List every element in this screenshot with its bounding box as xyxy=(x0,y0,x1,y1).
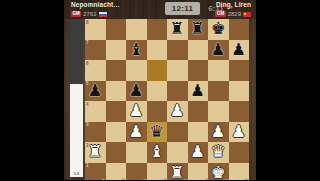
square-g4[interactable] xyxy=(208,101,229,122)
square-c6[interactable] xyxy=(126,60,147,81)
square-b7[interactable] xyxy=(106,40,127,61)
player-black-name: Ding, Liren xyxy=(215,1,251,9)
gm-title-badge: GM xyxy=(215,11,225,17)
square-h7[interactable]: ♟ xyxy=(229,40,250,61)
square-h4[interactable] xyxy=(229,101,250,122)
square-f7[interactable] xyxy=(188,40,209,61)
eval-value: 0.8 xyxy=(70,171,83,176)
player-white-rating: 2761 xyxy=(83,11,96,18)
player-white-meta: GM 2761 xyxy=(71,10,120,18)
video-frame: Nepomniacht… GM 2761 12:11 6:11 Ding, Li… xyxy=(0,0,320,180)
white-pawn: ♟ xyxy=(190,142,205,162)
square-a1[interactable]: 1a xyxy=(85,163,106,181)
square-e5[interactable] xyxy=(167,81,188,102)
broadcast-stage: Nepomniacht… GM 2761 12:11 6:11 Ding, Li… xyxy=(64,0,256,180)
rank-label-1: 1 xyxy=(86,163,89,168)
rank-label-6: 6 xyxy=(86,61,89,66)
square-b4[interactable] xyxy=(106,101,127,122)
china-flag-icon xyxy=(243,12,251,17)
player-black-block: Ding, Liren GM 2829 xyxy=(215,1,251,18)
square-g7[interactable]: ♟ xyxy=(208,40,229,61)
square-e3[interactable] xyxy=(167,122,188,143)
square-a2[interactable]: 2♜ xyxy=(85,142,106,163)
black-king: ♚ xyxy=(211,19,226,39)
chess-board: 8♜♜♚7♝♟♟65♟♟♟4♟♟3♟♛♟♟2♜♝♟♛1abcde♜fg♚h xyxy=(85,19,249,180)
square-c2[interactable] xyxy=(126,142,147,163)
player-white-block: Nepomniacht… GM 2761 xyxy=(71,1,120,18)
square-a4[interactable]: 4 xyxy=(85,101,106,122)
rank-label-2: 2 xyxy=(86,143,89,148)
player-bar: Nepomniacht… GM 2761 12:11 6:11 Ding, Li… xyxy=(64,0,256,19)
rank-label-5: 5 xyxy=(86,81,89,86)
black-bishop: ♝ xyxy=(129,40,144,60)
square-a3[interactable]: 3 xyxy=(85,122,106,143)
file-label-g: g xyxy=(225,178,228,181)
square-e7[interactable] xyxy=(167,40,188,61)
square-c1[interactable]: c xyxy=(126,163,147,181)
gm-title-badge: GM xyxy=(71,11,81,17)
white-king: ♚ xyxy=(211,163,226,180)
file-label-h: h xyxy=(245,178,248,181)
eval-bar-white-portion xyxy=(70,84,83,177)
square-d8[interactable] xyxy=(147,19,168,40)
square-d5[interactable] xyxy=(147,81,168,102)
square-c3[interactable]: ♟ xyxy=(126,122,147,143)
square-f3[interactable] xyxy=(188,122,209,143)
square-g6[interactable] xyxy=(208,60,229,81)
white-pawn: ♟ xyxy=(211,122,226,142)
square-d4[interactable] xyxy=(147,101,168,122)
square-b8[interactable] xyxy=(106,19,127,40)
black-pawn: ♟ xyxy=(190,81,205,101)
square-h2[interactable] xyxy=(229,142,250,163)
white-bishop: ♝ xyxy=(149,142,164,162)
rank-label-8: 8 xyxy=(86,20,89,25)
rank-label-3: 3 xyxy=(86,122,89,127)
file-label-f: f xyxy=(206,178,208,181)
square-g2[interactable]: ♛ xyxy=(208,142,229,163)
russia-flag-icon xyxy=(99,12,107,17)
square-a6[interactable]: 6 xyxy=(85,60,106,81)
square-b6[interactable] xyxy=(106,60,127,81)
square-b1[interactable]: b xyxy=(106,163,127,181)
file-label-c: c xyxy=(143,178,146,181)
white-pawn: ♟ xyxy=(129,101,144,121)
black-pawn: ♟ xyxy=(88,81,103,101)
square-h3[interactable]: ♟ xyxy=(229,122,250,143)
square-h5[interactable] xyxy=(229,81,250,102)
square-g5[interactable] xyxy=(208,81,229,102)
file-label-a: a xyxy=(102,178,105,181)
square-f2[interactable]: ♟ xyxy=(188,142,209,163)
square-d6[interactable] xyxy=(147,60,168,81)
square-a8[interactable]: 8 xyxy=(85,19,106,40)
black-queen: ♛ xyxy=(149,122,164,142)
square-a7[interactable]: 7 xyxy=(85,40,106,61)
square-f4[interactable] xyxy=(188,101,209,122)
square-g3[interactable]: ♟ xyxy=(208,122,229,143)
square-e4[interactable]: ♟ xyxy=(167,101,188,122)
square-d3[interactable]: ♛ xyxy=(147,122,168,143)
eval-bar: 0.8 xyxy=(70,19,83,177)
clock-white-active: 12:11 xyxy=(165,2,200,15)
square-e8[interactable]: ♜ xyxy=(167,19,188,40)
rank-label-7: 7 xyxy=(86,40,89,45)
square-a5[interactable]: 5♟ xyxy=(85,81,106,102)
file-label-d: d xyxy=(163,178,166,181)
rank-label-4: 4 xyxy=(86,102,89,107)
black-pawn: ♟ xyxy=(129,81,144,101)
square-f8[interactable]: ♜ xyxy=(188,19,209,40)
square-f6[interactable] xyxy=(188,60,209,81)
square-e2[interactable] xyxy=(167,142,188,163)
black-rook: ♜ xyxy=(190,19,205,39)
white-queen: ♛ xyxy=(211,142,226,162)
white-rook: ♜ xyxy=(88,142,103,162)
black-pawn: ♟ xyxy=(211,40,226,60)
player-black-meta: GM 2829 xyxy=(215,10,251,18)
square-g8[interactable]: ♚ xyxy=(208,19,229,40)
square-h6[interactable] xyxy=(229,60,250,81)
square-b2[interactable] xyxy=(106,142,127,163)
square-c7[interactable]: ♝ xyxy=(126,40,147,61)
player-white-name: Nepomniacht… xyxy=(71,1,120,9)
black-rook: ♜ xyxy=(170,19,185,39)
file-label-e: e xyxy=(184,178,187,181)
square-c8[interactable] xyxy=(126,19,147,40)
square-f5[interactable]: ♟ xyxy=(188,81,209,102)
white-pawn: ♟ xyxy=(129,122,144,142)
player-black-rating: 2829 xyxy=(228,11,241,18)
white-pawn: ♟ xyxy=(231,122,246,142)
square-d2[interactable]: ♝ xyxy=(147,142,168,163)
square-c5[interactable]: ♟ xyxy=(126,81,147,102)
square-b5[interactable] xyxy=(106,81,127,102)
square-h8[interactable] xyxy=(229,19,250,40)
square-g1[interactable]: g♚ xyxy=(208,163,229,181)
file-label-b: b xyxy=(122,178,125,181)
square-d1[interactable]: d xyxy=(147,163,168,181)
square-h1[interactable]: h xyxy=(229,163,250,181)
square-e6[interactable] xyxy=(167,60,188,81)
white-rook: ♜ xyxy=(170,163,185,180)
square-f1[interactable]: f xyxy=(188,163,209,181)
square-b3[interactable] xyxy=(106,122,127,143)
white-pawn: ♟ xyxy=(170,101,185,121)
black-pawn: ♟ xyxy=(231,40,246,60)
square-d7[interactable] xyxy=(147,40,168,61)
square-e1[interactable]: e♜ xyxy=(167,163,188,181)
square-c4[interactable]: ♟ xyxy=(126,101,147,122)
